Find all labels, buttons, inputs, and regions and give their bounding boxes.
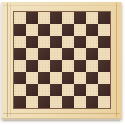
square-h7 xyxy=(98,24,110,36)
square-b2 xyxy=(26,84,38,96)
board-photo xyxy=(0,0,125,125)
frame-grain-line xyxy=(10,3,11,117)
square-a5 xyxy=(14,48,26,60)
square-b4 xyxy=(26,60,38,72)
square-h6 xyxy=(98,36,110,48)
square-h1 xyxy=(98,96,110,108)
square-f1 xyxy=(74,96,86,108)
square-b5 xyxy=(26,48,38,60)
frame-grain-line xyxy=(3,113,120,114)
frame-grain-line xyxy=(7,3,8,117)
square-a1 xyxy=(14,96,26,108)
square-c3 xyxy=(38,72,50,84)
square-c8 xyxy=(38,12,50,24)
square-g1 xyxy=(86,96,98,108)
square-f2 xyxy=(74,84,86,96)
square-e1 xyxy=(62,96,74,108)
square-a8 xyxy=(14,12,26,24)
square-e2 xyxy=(62,84,74,96)
board-shadow xyxy=(3,120,120,122)
square-b7 xyxy=(26,24,38,36)
square-e8 xyxy=(62,12,74,24)
square-a3 xyxy=(14,72,26,84)
square-h8 xyxy=(98,12,110,24)
square-c4 xyxy=(38,60,50,72)
square-b6 xyxy=(26,36,38,48)
square-d4 xyxy=(50,60,62,72)
square-g6 xyxy=(86,36,98,48)
square-f4 xyxy=(74,60,86,72)
square-d5 xyxy=(50,48,62,60)
square-a4 xyxy=(14,60,26,72)
square-d6 xyxy=(50,36,62,48)
square-b3 xyxy=(26,72,38,84)
square-c7 xyxy=(38,24,50,36)
square-d8 xyxy=(50,12,62,24)
square-g2 xyxy=(86,84,98,96)
square-c6 xyxy=(38,36,50,48)
square-d2 xyxy=(50,84,62,96)
square-e5 xyxy=(62,48,74,60)
square-d1 xyxy=(50,96,62,108)
square-d7 xyxy=(50,24,62,36)
square-c2 xyxy=(38,84,50,96)
board-frame xyxy=(1,2,122,119)
board-grid xyxy=(13,11,111,109)
frame-grain-line xyxy=(116,3,117,117)
square-h5 xyxy=(98,48,110,60)
square-a6 xyxy=(14,36,26,48)
square-b8 xyxy=(26,12,38,24)
square-g3 xyxy=(86,72,98,84)
square-e6 xyxy=(62,36,74,48)
square-g4 xyxy=(86,60,98,72)
square-e4 xyxy=(62,60,74,72)
square-c5 xyxy=(38,48,50,60)
square-f7 xyxy=(74,24,86,36)
square-h2 xyxy=(98,84,110,96)
square-a2 xyxy=(14,84,26,96)
square-a7 xyxy=(14,24,26,36)
square-f8 xyxy=(74,12,86,24)
square-g8 xyxy=(86,12,98,24)
square-g5 xyxy=(86,48,98,60)
square-b1 xyxy=(26,96,38,108)
square-f5 xyxy=(74,48,86,60)
square-h4 xyxy=(98,60,110,72)
square-e3 xyxy=(62,72,74,84)
square-f6 xyxy=(74,36,86,48)
frame-grain-line xyxy=(3,5,120,6)
square-d3 xyxy=(50,72,62,84)
square-e7 xyxy=(62,24,74,36)
square-h3 xyxy=(98,72,110,84)
square-g7 xyxy=(86,24,98,36)
square-f3 xyxy=(74,72,86,84)
square-c1 xyxy=(38,96,50,108)
